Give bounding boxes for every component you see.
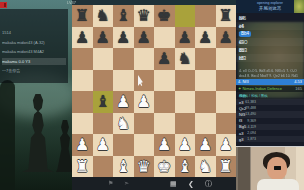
- share-icon[interactable]: ❮: [188, 177, 194, 190]
- eval-bar: 4. Nf3 4.53: [236, 79, 304, 85]
- black-queen-d8[interactable]: ♛: [134, 5, 155, 27]
- square-e1[interactable]: ♚: [154, 156, 175, 178]
- white-rook-a1[interactable]: ♜: [72, 156, 93, 178]
- opening-name-row: ✦ Nimzo-Indian Defence 165: [236, 86, 304, 92]
- square-c2[interactable]: [113, 134, 134, 156]
- move-list-row[interactable]: 4e3O-O: [236, 38, 304, 46]
- black-bishop-b4[interactable]: ♝: [93, 91, 114, 113]
- square-a8[interactable]: ♜: [72, 5, 93, 27]
- webcam-doorway: [238, 147, 251, 190]
- square-e2[interactable]: ♟: [154, 134, 175, 156]
- square-h1[interactable]: ♜: [216, 156, 237, 178]
- explorer-games: 61,383: [239, 100, 256, 104]
- black-pawn-b7[interactable]: ♟: [93, 27, 114, 49]
- square-e8[interactable]: ♚: [154, 5, 175, 27]
- explorer-games: 9,369: [239, 119, 256, 123]
- square-b1[interactable]: [93, 156, 114, 178]
- square-c5[interactable]: [113, 70, 134, 92]
- square-d2[interactable]: [134, 134, 155, 156]
- explorer-row-g3[interactable]: g31,873: [236, 136, 304, 142]
- black-pawn-d7[interactable]: ♟: [134, 27, 155, 49]
- square-c4[interactable]: ♟: [113, 91, 134, 113]
- square-b5[interactable]: [93, 70, 114, 92]
- square-e7[interactable]: [154, 27, 175, 49]
- square-g1[interactable]: ♞: [195, 156, 216, 178]
- square-a4[interactable]: [72, 91, 93, 113]
- square-d7[interactable]: ♟: [134, 27, 155, 49]
- black-pawn-e6[interactable]: ♟: [154, 48, 175, 70]
- square-c3[interactable]: ♞: [113, 113, 134, 135]
- explorer-games: 1,873: [239, 137, 256, 141]
- white-bishop-f1[interactable]: ♝: [175, 156, 196, 178]
- black-rook-a8[interactable]: ♜: [72, 5, 93, 27]
- square-a5[interactable]: [72, 70, 93, 92]
- info-icon[interactable]: ⓘ: [205, 177, 212, 190]
- black-move[interactable]: Nf6: [239, 16, 246, 21]
- opening-name: ✦ Nimzo-Indian Defence: [238, 86, 282, 92]
- black-pawn-h7[interactable]: ♟: [216, 27, 237, 49]
- explorer-col-results: 白棋 / 和棋 / 黑棋: [241, 94, 268, 98]
- square-g2[interactable]: ♟: [195, 134, 216, 156]
- bottom-toolbar: ⚑➣▦❮ⓘ: [72, 177, 236, 190]
- move-list-row[interactable]: 2c4e6: [236, 22, 304, 30]
- square-c6[interactable]: [113, 48, 134, 70]
- black-rook-h8[interactable]: ♜: [216, 5, 237, 27]
- black-move[interactable]: c5: [239, 56, 244, 61]
- white-pawn-d4[interactable]: ♟: [134, 91, 155, 113]
- square-b3[interactable]: [93, 113, 114, 135]
- overlay-row: 一7去停告: [2, 67, 66, 74]
- white-pawn-b2[interactable]: ♟: [93, 134, 114, 156]
- square-g7[interactable]: ♟: [195, 27, 216, 49]
- white-pawn-c4[interactable]: ♟: [113, 91, 134, 113]
- grid-icon[interactable]: ▦: [170, 177, 177, 190]
- square-d1[interactable]: ♛: [134, 156, 155, 178]
- overlay-row: 1514: [2, 29, 66, 36]
- move-list-row[interactable]: 3Nc3Bb4: [236, 30, 304, 38]
- live-indicator: [0, 2, 7, 8]
- overlay-row: makaka midori43 (A-32): [2, 39, 66, 46]
- white-bishop-c1[interactable]: ♝: [113, 156, 134, 178]
- square-h6[interactable]: [216, 48, 237, 70]
- move-list-row[interactable]: 6Nf3c5: [236, 54, 304, 62]
- square-g5[interactable]: [195, 70, 216, 92]
- level-label: LV47: [67, 0, 76, 5]
- black-king-e8[interactable]: ♚: [154, 5, 175, 27]
- black-pawn-f7[interactable]: ♟: [175, 27, 196, 49]
- black-move[interactable]: e6: [239, 24, 244, 29]
- white-knight-c3[interactable]: ♞: [113, 113, 134, 135]
- black-knight-b8[interactable]: ♞: [93, 5, 114, 27]
- square-c8[interactable]: ♝: [113, 5, 134, 27]
- square-f7[interactable]: ♟: [175, 27, 196, 49]
- streamer-shirt: [257, 179, 299, 190]
- square-d6[interactable]: [134, 48, 155, 70]
- square-e6[interactable]: ♟: [154, 48, 175, 70]
- square-d4[interactable]: ♟: [134, 91, 155, 113]
- eval-bar-right: 4.53: [294, 79, 302, 85]
- square-f1[interactable]: ♝: [175, 156, 196, 178]
- analysis-panel: opening explorer 开局浏览器 1d4Nf62c4e63Nc3Bb…: [236, 0, 304, 146]
- square-b8[interactable]: ♞: [93, 5, 114, 27]
- square-d3[interactable]: [134, 113, 155, 135]
- square-f5[interactable]: [175, 70, 196, 92]
- square-e4[interactable]: [154, 91, 175, 113]
- square-b2[interactable]: ♟: [93, 134, 114, 156]
- explorer-games: 2,094: [239, 131, 256, 135]
- glasses-right-lens: [274, 166, 281, 170]
- flag-icon: ⚑: [108, 177, 113, 190]
- black-move-current[interactable]: Bb4: [239, 31, 251, 37]
- square-g3[interactable]: [195, 113, 216, 135]
- move-list: 1d4Nf62c4e63Nc3Bb44e3O-O5Bd3d56Nf3c5: [236, 14, 304, 62]
- white-king-e1[interactable]: ♚: [154, 156, 175, 178]
- white-rook-h1[interactable]: ♜: [216, 156, 237, 178]
- explorer-games: 13,490: [239, 112, 256, 116]
- square-e5[interactable]: [154, 70, 175, 92]
- square-f4[interactable]: [175, 91, 196, 113]
- square-c1[interactable]: ♝: [113, 156, 134, 178]
- square-h3[interactable]: [216, 113, 237, 135]
- white-pawn-a2[interactable]: ♟: [72, 134, 93, 156]
- overlay-row: makaka midori43 M4A2: [2, 48, 66, 55]
- square-f2[interactable]: ♟: [175, 134, 196, 156]
- black-move[interactable]: O-O: [239, 40, 248, 45]
- live-indicator-detail: [4, 3, 6, 7]
- white-pawn-e2[interactable]: ♟: [154, 134, 175, 156]
- black-bishop-c8[interactable]: ♝: [113, 5, 134, 27]
- square-b7[interactable]: ♟: [93, 27, 114, 49]
- square-c7[interactable]: ♟: [113, 27, 134, 49]
- square-f8[interactable]: [175, 5, 196, 27]
- square-h2[interactable]: ♟: [216, 134, 237, 156]
- square-b4[interactable]: ♝: [93, 91, 114, 113]
- white-knight-g1[interactable]: ♞: [195, 156, 216, 178]
- square-a2[interactable]: ♟: [72, 134, 93, 156]
- foliage-corner: [294, 0, 304, 13]
- explorer-table: e361,383Qc229,488Nf313,490f39,369Bg54,11…: [236, 99, 304, 143]
- overlay-player-list: 1514makaka midori43 (A-32)makaka midori4…: [0, 9, 68, 83]
- square-h7[interactable]: ♟: [216, 27, 237, 49]
- square-g4[interactable]: [195, 91, 216, 113]
- chess-board[interactable]: ♜♞♝♛♚♜♟♟♟♟♟♟♟♟♞♝♟♟♞♟♟♟♟♟♟♜♝♛♚♝♞♜: [72, 5, 236, 177]
- square-e3[interactable]: [154, 113, 175, 135]
- black-knight-f6[interactable]: ♞: [175, 48, 196, 70]
- overlay-row: makama 0-0 Y3: [2, 58, 66, 65]
- square-h8[interactable]: ♜: [216, 5, 237, 27]
- white-pawn-f2[interactable]: ♟: [175, 134, 196, 156]
- square-a3[interactable]: [72, 113, 93, 135]
- white-queen-d1[interactable]: ♛: [134, 156, 155, 178]
- square-g8[interactable]: [195, 5, 216, 27]
- square-a6[interactable]: [72, 48, 93, 70]
- square-d8[interactable]: ♛: [134, 5, 155, 27]
- stream-screenshot: 1514makaka midori43 (A-32)makaka midori4…: [0, 0, 304, 190]
- square-f6[interactable]: ♞: [175, 48, 196, 70]
- streamer-glasses: [268, 166, 287, 171]
- square-b6[interactable]: [93, 48, 114, 70]
- explorer-games: 4,119: [239, 125, 256, 129]
- move-list-row[interactable]: 1d4Nf6: [236, 14, 304, 22]
- webcam-feed: [236, 146, 304, 190]
- square-d5[interactable]: [134, 70, 155, 92]
- square-h5[interactable]: [216, 70, 237, 92]
- black-pawn-a7[interactable]: ♟: [72, 27, 93, 49]
- square-h4[interactable]: [216, 91, 237, 113]
- continuation-line-2: dxc4 8. Bxc4 Nbd7 9. Qe2 b6 10. Rd1: [239, 74, 301, 79]
- black-pawn-c7[interactable]: ♟: [113, 27, 134, 49]
- white-pawn-h2[interactable]: ♟: [216, 134, 237, 156]
- square-a1[interactable]: ♜: [72, 156, 93, 178]
- square-f3[interactable]: [175, 113, 196, 135]
- square-g6[interactable]: [195, 48, 216, 70]
- black-move[interactable]: d5: [239, 48, 244, 53]
- square-a7[interactable]: ♟: [72, 27, 93, 49]
- explorer-games: 29,488: [239, 106, 256, 110]
- white-pawn-g2[interactable]: ♟: [195, 134, 216, 156]
- eval-bar-left: 4. Nf3: [238, 79, 249, 85]
- move-list-row[interactable]: 5Bd3d5: [236, 46, 304, 54]
- tree-silhouette: [0, 80, 15, 190]
- black-pawn-g7[interactable]: ♟: [195, 27, 216, 49]
- opening-row-value: 165: [295, 86, 302, 92]
- pointer-icon: ➣: [124, 177, 129, 190]
